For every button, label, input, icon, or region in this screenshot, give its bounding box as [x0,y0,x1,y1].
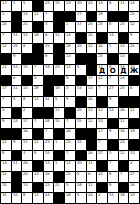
cell-code-number: 28 [66,193,71,197]
cell-r11c3[interactable]: 2 [22,108,32,118]
cell-r15c1[interactable]: 8 [1,151,11,161]
cell-r16c6[interactable]: 1 [54,161,64,171]
cell-code-number: 16 [120,129,125,133]
cell-r14c3[interactable]: 17 [22,140,32,150]
cell-r9c6[interactable]: 18 [54,86,64,96]
cell-code-number: 11 [88,161,93,165]
cell-code-number: 24 [120,76,125,80]
cell-r17c5[interactable]: 26 [44,172,54,182]
block-cell-r6c1 [1,54,11,64]
block-cell-r2c2 [12,12,22,22]
cell-r7c8[interactable]: 5 [76,65,86,75]
cell-code-number: 15 [23,65,28,69]
cell-r2c13[interactable]: 23 [129,12,139,22]
cell-r18c1[interactable]: 15 [1,183,11,193]
cell-r14c2[interactable]: 9 [12,140,22,150]
block-cell-r15c6 [54,151,64,161]
block-cell-r19c6 [54,193,64,203]
cell-r19c8[interactable]: 5 [76,193,86,203]
cell-r5c5[interactable]: 15 [44,44,54,54]
cell-r5c2[interactable]: 25 [12,44,22,54]
cell-r8c2[interactable]: 6 [12,76,22,86]
cell-r3c1[interactable]: 20 [1,22,11,32]
cell-r17c9[interactable]: 6 [87,172,97,182]
cell-r1c8[interactable]: 20 [76,1,86,11]
cell-r3c5[interactable]: 3 [44,22,54,32]
cell-r1c12[interactable]: 11 [119,1,129,11]
cell-r5c13[interactable]: 24 [129,44,139,54]
cell-r6c7[interactable]: 13 [65,54,75,64]
cell-code-number: 13 [66,54,71,58]
cell-r7c5[interactable]: 19 [44,65,54,75]
cell-r10c5[interactable]: 22 [44,97,54,107]
cell-r19c13[interactable]: 10 [129,193,139,203]
cell-r10c1[interactable]: 7 [1,97,11,107]
cell-code-number: 13 [130,151,135,155]
block-cell-r10c8 [76,97,86,107]
codeword-page: 1715231523202314811241131171719232021311… [0,0,140,204]
cell-r19c11[interactable]: 15 [108,193,118,203]
cell-code-number: 23 [66,1,71,5]
cell-r15c3[interactable]: 4 [22,151,32,161]
cell-r13c3[interactable]: 16 [22,129,32,139]
cell-r1c2[interactable]: 1 [12,1,22,11]
cell-r13c12[interactable]: 16 [119,129,129,139]
cell-r9c12[interactable]: 23 [119,86,129,96]
block-cell-r6c6 [54,54,64,64]
cell-r18c8[interactable]: 28 [76,183,86,193]
cell-code-number: 12 [120,151,125,155]
cell-r3c13[interactable]: 12 [129,22,139,32]
cell-r14c7[interactable]: 23 [65,140,75,150]
cell-r11c11[interactable]: 13 [108,108,118,118]
cell-r9c11[interactable]: 27 [108,86,118,96]
cell-r6c10[interactable]: 23 [97,54,107,64]
cell-r4c13[interactable]: 9 [129,33,139,43]
cell-code-number: 11 [13,86,18,90]
cell-r9c2[interactable]: 11 [12,86,22,96]
block-cell-r9c5 [44,86,54,96]
cell-r1c11[interactable]: 8 [108,1,118,11]
cell-code-number: 12 [88,119,93,123]
cell-r7c3[interactable]: 15 [22,65,32,75]
cell-r14c12[interactable]: 23 [119,140,129,150]
cell-code-number: 14 [109,33,114,37]
cell-code-number: 6 [88,172,90,176]
cell-r9c7[interactable]: 3 [65,86,75,96]
cell-r12c9[interactable]: 12 [87,119,97,129]
cell-r14c5[interactable]: 23 [44,140,54,150]
cell-r19c1[interactable]: 31 [1,193,11,203]
cell-r6c12[interactable]: 13 [119,54,129,64]
cell-r13c5[interactable]: 7 [44,129,54,139]
cell-r1c5[interactable]: 23 [44,1,54,11]
cell-r19c5[interactable]: 24 [44,193,54,203]
cell-code-number: 23 [98,54,103,58]
cell-r9c8[interactable]: 14 [76,86,86,96]
cell-r9c4[interactable]: 28 [33,86,43,96]
cell-code-number: 17 [77,22,82,26]
cell-r5c3[interactable]: 6 [22,44,32,54]
cell-r12c2[interactable]: 13 [12,119,22,129]
cell-code-number: 23 [55,65,60,69]
cell-r4c4[interactable]: 28 [33,33,43,43]
cell-r8c12[interactable]: 24 [119,76,129,86]
cell-r16c5[interactable]: 13 [44,161,54,171]
cell-code-number: 15 [2,183,7,187]
cell-r5c9[interactable]: 12 [87,44,97,54]
cell-r10c6[interactable]: 5 [54,97,64,107]
cell-r2c1[interactable]: 1 [1,12,11,22]
block-cell-r2c11 [108,12,118,22]
block-cell-r11c4 [33,108,43,118]
cell-r19c10[interactable]: 2 [97,193,107,203]
cell-r2c8[interactable]: 17 [76,12,86,22]
cell-r7c6[interactable]: 23 [54,65,64,75]
cell-code-number: 12 [130,22,135,26]
cell-r1c10[interactable]: 14 [97,1,107,11]
cell-code-number: 13 [23,33,28,37]
cell-code-number: 5 [77,172,79,176]
cell-code-number: 13 [88,86,93,90]
cell-code-number: 19 [98,12,103,16]
cell-r6c5[interactable]: 8 [44,54,54,64]
cell-r8c7[interactable]: 9 [65,76,75,86]
cell-code-number: 24 [98,172,103,176]
cell-r14c1[interactable]: 11 [1,140,11,150]
cell-r7c2[interactable]: 13 [12,65,22,75]
cell-r17c10[interactable]: 24 [97,172,107,182]
cell-code-number: 22 [45,97,50,101]
cell-r11c1[interactable]: 3 [1,108,11,118]
cell-r17c8[interactable]: 5 [76,172,86,182]
cell-code-number: 8 [109,22,111,26]
cell-r12c4[interactable]: 7 [33,119,43,129]
block-cell-r8c1 [1,76,11,86]
cell-code-number: 5 [77,65,79,69]
cell-r18c7[interactable]: 3 [65,183,75,193]
cell-r15c12[interactable]: 12 [119,151,129,161]
cell-code-number: 20 [77,44,82,48]
cell-r10c9[interactable]: 26 [87,97,97,107]
cell-r15c7[interactable]: 7 [65,151,75,161]
cell-r3c12[interactable]: 23 [119,22,129,32]
cell-code-number: 26 [130,183,135,187]
cell-r11c12[interactable]: 26 [119,108,129,118]
cell-r13c10[interactable]: 17 [97,129,107,139]
cell-r3c8[interactable]: 17 [76,22,86,32]
cell-r6c2[interactable]: 9 [12,54,22,64]
cell-r10c3[interactable]: 8 [22,97,32,107]
cell-code-number: 17 [23,119,28,123]
cell-code-number: 11 [120,119,125,123]
cell-code-number: 9 [13,54,15,58]
cell-code-number: 9 [109,129,111,133]
given-letter: Д [97,67,107,75]
cell-r14c10[interactable]: 7 [97,140,107,150]
cell-r11c10[interactable]: 12 [97,108,107,118]
cell-code-number: 1 [66,22,68,26]
cell-code-number: 23 [66,140,71,144]
cell-code-number: 3 [66,86,68,90]
cell-r10c7[interactable]: 9 [65,97,75,107]
cell-code-number: 15 [45,151,50,155]
cell-r18c11[interactable]: 9 [108,183,118,193]
cell-r17c4[interactable]: 23 [33,172,43,182]
cell-r13c13[interactable]: 19 [129,129,139,139]
cell-r9c9[interactable]: 13 [87,86,97,96]
block-cell-r18c12 [119,183,129,193]
cell-r12c5[interactable]: 28 [44,119,54,129]
cell-r17c13[interactable]: 27 [129,172,139,182]
block-cell-r14c13 [129,140,139,150]
cell-r5c8[interactable]: 20 [76,44,86,54]
cell-r3c7[interactable]: 1 [65,22,75,32]
cell-r12c1[interactable]: 9 [1,119,11,129]
block-cell-r8c13 [129,76,139,86]
cell-r9c1[interactable]: 17 [1,86,11,96]
cell-code-number: 7 [109,76,111,80]
cell-r18c3[interactable]: 13 [22,183,32,193]
cell-r13c11[interactable]: 9 [108,129,118,139]
cell-r15c5[interactable]: 15 [44,151,54,161]
cell-r17c11[interactable]: 8 [108,172,118,182]
cell-r10c2[interactable]: 3 [12,97,22,107]
cell-code-number: 1 [55,140,57,144]
cell-r5c12[interactable]: 13 [119,44,129,54]
cell-r12c6[interactable]: 15 [54,119,64,129]
cell-code-number: 28 [34,86,39,90]
block-cell-r10c10 [97,97,107,107]
cell-code-number: 7 [34,119,36,123]
cell-r12c7[interactable]: 7 [65,119,75,129]
cell-r14c8[interactable]: 15 [76,140,86,150]
cell-code-number: 23 [120,140,125,144]
cell-r11c8[interactable]: 20 [76,108,86,118]
cell-code-number: 13 [23,183,28,187]
cell-r4c3[interactable]: 13 [22,33,32,43]
cell-code-number: 1 [13,1,15,5]
cell-r1c9[interactable]: 23 [87,1,97,11]
cell-r15c9[interactable]: 26 [87,151,97,161]
cell-r1c13[interactable]: 24 [129,1,139,11]
cell-r4c2[interactable]: 14 [12,33,22,43]
cell-code-number: 15 [45,44,50,48]
cell-code-number: 1 [55,161,57,165]
cell-code-number: 13 [23,86,28,90]
cell-r18c9[interactable]: 11 [87,183,97,193]
cell-code-number: 28 [66,44,71,48]
cell-r12c12[interactable]: 11 [119,119,129,129]
cell-code-number: 3 [109,151,111,155]
cell-r10c11[interactable]: 9 [108,97,118,107]
cell-r4c1[interactable]: 7 [1,33,11,43]
cell-r3c10[interactable]: 23 [97,22,107,32]
cell-code-number: 3 [66,183,68,187]
cell-code-number: 3 [34,76,36,80]
cell-r15c4[interactable]: 8 [33,151,43,161]
cell-code-number: 11 [88,183,93,187]
cell-code-number: 31 [2,193,7,197]
cell-code-number: 6 [13,76,15,80]
cell-code-number: 7 [109,161,111,165]
cell-r7c12[interactable]: 14Д [119,65,129,75]
block-cell-r8c3 [22,76,32,86]
cell-r12c10[interactable]: 13 [97,119,107,129]
cell-r11c6[interactable]: 17 [54,108,64,118]
cell-code-number: 26 [98,44,103,48]
cell-r10c4[interactable]: 11 [33,97,43,107]
cell-r5c1[interactable]: 12 [1,44,11,54]
cell-r17c7[interactable]: 23 [65,172,75,182]
cell-r3c3[interactable]: 21 [22,22,32,32]
cell-code-number: 11 [34,193,39,197]
block-cell-r16c4 [33,161,43,171]
cell-r16c8[interactable]: 20 [76,161,86,171]
cell-r9c13[interactable]: 6 [129,86,139,96]
cell-code-number: 18 [120,193,125,197]
block-cell-r6c3 [22,54,32,64]
cell-code-number: 2 [130,161,132,165]
cell-r9c3[interactable]: 13 [22,86,32,96]
cell-r7c1[interactable]: 21 [1,65,11,75]
block-cell-r18c4 [33,183,43,193]
cell-r2c5[interactable]: 7 [44,12,54,22]
cell-r8c9[interactable]: 17 [87,76,97,86]
cell-r16c7[interactable]: 11 [65,161,75,171]
cell-code-number: 7 [120,172,122,176]
block-cell-r4c10 [97,33,107,43]
cell-code-number: 15 [55,119,60,123]
cell-r19c4[interactable]: 11 [33,193,43,203]
cell-r19c12[interactable]: 18 [119,193,129,203]
cell-code-number: 23 [45,140,50,144]
cell-r1c7[interactable]: 23 [65,1,75,11]
cell-r12c3[interactable]: 17 [22,119,32,129]
cell-code-number: 21 [2,65,7,69]
block-cell-r15c8 [76,151,86,161]
cell-r8c10[interactable]: 22 [97,76,107,86]
cell-r7c4[interactable]: 7 [33,65,43,75]
cell-code-number: 14 [2,161,7,165]
cell-r7c10[interactable]: 14Д [97,65,107,75]
block-cell-r6c8 [76,54,86,64]
cell-code-number: 7 [66,151,68,155]
cell-r19c3[interactable]: 8 [22,193,32,203]
block-cell-r10c13 [129,97,139,107]
cell-r19c7[interactable]: 28 [65,193,75,203]
cell-code-number: 17 [98,129,103,133]
cell-code-number: 8 [45,54,47,58]
cell-code-number: 11 [2,172,7,176]
cell-r16c1[interactable]: 14 [1,161,11,171]
cell-r5c7[interactable]: 28 [65,44,75,54]
cell-code-number: 24 [88,22,93,26]
block-cell-r17c2 [12,172,22,182]
cell-r2c10[interactable]: 19 [97,12,107,22]
cell-r1c6[interactable]: 15 [54,1,64,11]
cell-code-number: 11 [2,140,7,144]
cell-code-number: 16 [23,129,28,133]
cell-code-number: 27 [109,86,114,90]
cell-r14c6[interactable]: 1 [54,140,64,150]
block-cell-r8c8 [76,76,86,86]
block-cell-r3c6 [54,22,64,32]
cell-code-number: 2 [23,108,25,112]
cell-r17c1[interactable]: 11 [1,172,11,182]
cell-code-number: 27 [98,151,103,155]
cell-code-number: 7 [98,86,100,90]
block-cell-r15c2 [12,151,22,161]
cell-code-number: 12 [2,44,7,48]
cell-r19c9[interactable]: 24 [87,193,97,203]
cell-r4c5[interactable]: 6 [44,33,54,43]
cell-r8c11[interactable]: 7 [108,76,118,86]
cell-r15c11[interactable]: 3 [108,151,118,161]
block-cell-r4c12 [119,33,129,43]
cell-r16c2[interactable]: 11 [12,161,22,171]
cell-r9c10[interactable]: 7 [97,86,107,96]
cell-r16c13[interactable]: 2 [129,161,139,171]
cell-code-number: 15 [55,1,60,5]
cell-r17c12[interactable]: 7 [119,172,129,182]
cell-r15c10[interactable]: 27 [97,151,107,161]
cell-r2c4[interactable]: 11 [33,12,43,22]
cell-code-number: 8 [2,151,4,155]
cell-r11c9[interactable]: 13 [87,108,97,118]
cell-r16c11[interactable]: 7 [108,161,118,171]
cell-code-number: 21 [23,22,28,26]
cell-r5c11[interactable]: 1 [108,44,118,54]
cell-r1c1[interactable]: 17 [1,1,11,11]
cell-r13c7[interactable]: 26 [65,129,75,139]
cell-r7c11[interactable]: 9О [108,65,118,75]
cell-r2c3[interactable]: 13 [22,12,32,22]
cell-r11c13[interactable]: 11 [129,108,139,118]
cell-r16c3[interactable]: 26 [22,161,32,171]
block-cell-r17c6 [54,172,64,182]
cell-r4c11[interactable]: 14 [108,33,118,43]
cell-r4c7[interactable]: 24 [65,33,75,43]
cell-code-number: 17 [2,1,7,5]
cell-r8c4[interactable]: 3 [33,76,43,86]
cell-r14c4[interactable]: 11 [33,140,43,150]
cell-r7c7[interactable]: 11 [65,65,75,75]
cell-code-number: 13 [109,108,114,112]
cell-r18c6[interactable]: 21 [54,183,64,193]
cell-r18c13[interactable]: 26 [129,183,139,193]
cell-code-number: 24 [130,44,135,48]
cell-r3c11[interactable]: 8 [108,22,118,32]
cell-code-number: 17 [77,12,82,16]
cell-code-number: 12 [88,44,93,48]
cell-r7c13[interactable]: 16Ж [129,65,139,75]
cell-r15c13[interactable]: 13 [129,151,139,161]
cell-r16c9[interactable]: 11 [87,161,97,171]
cell-r19c2[interactable]: 10 [12,193,22,203]
cell-r12c8[interactable]: 15 [76,119,86,129]
cell-r5c10[interactable]: 26 [97,44,107,54]
cell-r18c5[interactable]: 23 [44,183,54,193]
cell-r17c3[interactable]: 20 [22,172,32,182]
cell-code-number: 9 [66,76,68,80]
cell-r1c3[interactable]: 5 [22,1,32,11]
cell-r4c9[interactable]: 25 [87,33,97,43]
cell-code-number: 27 [130,172,135,176]
cell-r4c6[interactable]: 11 [54,33,64,43]
cell-code-number: 20 [77,108,82,112]
cell-r3c9[interactable]: 24 [87,22,97,32]
